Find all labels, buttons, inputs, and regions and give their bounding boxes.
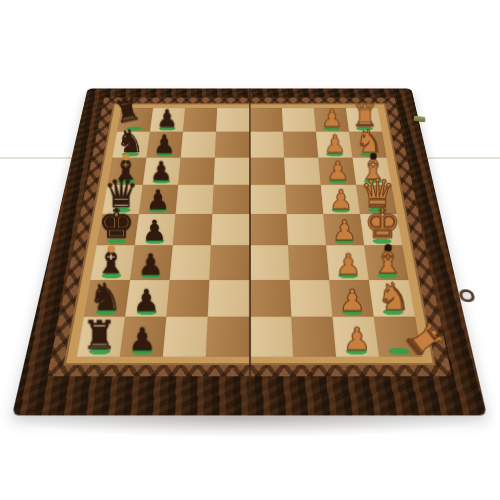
square-r0c3[interactable] xyxy=(216,108,249,132)
black-pawn[interactable]: ♟ xyxy=(133,285,160,315)
white-knight[interactable]: ♞ xyxy=(377,277,411,315)
white-bishop[interactable]: ♝ xyxy=(372,242,405,278)
brass-hinge-icon xyxy=(414,116,426,123)
white-pawn[interactable]: ♟ xyxy=(343,323,371,354)
square-r0c5[interactable] xyxy=(282,108,316,132)
square-r5c1[interactable]: ♟ xyxy=(130,246,173,280)
square-r0c6[interactable]: ♟ xyxy=(314,108,349,132)
square-r6c2[interactable] xyxy=(167,280,210,317)
square-r1c2[interactable] xyxy=(181,132,216,158)
square-r7c4[interactable] xyxy=(250,317,293,357)
white-pawn[interactable]: ♟ xyxy=(327,157,350,183)
square-r1c6[interactable]: ♟ xyxy=(316,132,353,158)
square-r5c2[interactable] xyxy=(170,246,211,280)
square-r2c6[interactable]: ♟ xyxy=(318,157,356,184)
square-r5c3[interactable] xyxy=(210,246,250,280)
square-r4c3[interactable] xyxy=(211,214,249,246)
white-rook[interactable]: ♜ xyxy=(398,314,451,366)
board-perspective: ♜♟♟♜♞♟♟♞♝♟♟♝♛♟♟♛♚♟♟♚♝♟♟♝♞♟♟♞♜♟♟♜ xyxy=(57,21,442,421)
black-king[interactable]: ♚ xyxy=(98,203,135,244)
black-pawn[interactable]: ♟ xyxy=(142,216,167,244)
white-pawn[interactable]: ♟ xyxy=(339,285,366,315)
square-r2c3[interactable] xyxy=(214,157,250,184)
square-r1c3[interactable] xyxy=(215,132,249,158)
square-r3c4[interactable] xyxy=(250,185,287,214)
square-r3c3[interactable] xyxy=(213,185,250,214)
square-r7c0[interactable]: ♜ xyxy=(77,317,126,357)
square-r6c5[interactable] xyxy=(289,280,332,317)
square-r3c6[interactable]: ♟ xyxy=(321,185,360,214)
black-bishop[interactable]: ♝ xyxy=(94,242,127,278)
square-r6c1[interactable]: ♟ xyxy=(125,280,170,317)
square-r4c2[interactable] xyxy=(173,214,213,246)
square-r4c1[interactable]: ♟ xyxy=(135,214,176,246)
square-r2c2[interactable] xyxy=(178,157,215,184)
carved-frame: ♜♟♟♜♞♟♟♞♝♟♟♝♛♟♟♛♚♟♟♚♝♟♟♝♞♟♟♞♜♟♟♜ xyxy=(12,88,487,415)
square-r3c5[interactable] xyxy=(285,185,323,214)
square-r1c5[interactable] xyxy=(283,132,318,158)
black-rook[interactable]: ♜ xyxy=(81,315,116,354)
square-r1c1[interactable]: ♟ xyxy=(147,132,184,158)
square-r0c1[interactable]: ♟ xyxy=(150,108,185,132)
clasp-ring-icon xyxy=(458,289,476,302)
white-pawn[interactable]: ♟ xyxy=(332,216,357,244)
square-r1c4[interactable] xyxy=(250,132,284,158)
white-pawn[interactable]: ♟ xyxy=(321,107,343,131)
black-pawn[interactable]: ♟ xyxy=(156,107,178,131)
square-r4c6[interactable]: ♟ xyxy=(323,214,364,246)
black-pawn[interactable]: ♟ xyxy=(128,323,156,354)
square-r5c5[interactable] xyxy=(288,246,329,280)
square-r7c2[interactable] xyxy=(163,317,208,357)
square-r3c2[interactable] xyxy=(176,185,214,214)
square-r7c5[interactable] xyxy=(291,317,336,357)
square-r0c4[interactable] xyxy=(250,108,283,132)
square-r7c6[interactable]: ♟ xyxy=(332,317,379,357)
square-r0c2[interactable] xyxy=(183,108,217,132)
white-pawn[interactable]: ♟ xyxy=(329,186,353,213)
square-r4c5[interactable] xyxy=(286,214,326,246)
white-pawn[interactable]: ♟ xyxy=(336,249,362,278)
black-pawn[interactable]: ♟ xyxy=(146,186,170,213)
black-pawn[interactable]: ♟ xyxy=(137,249,163,278)
square-r6c7[interactable]: ♞ xyxy=(369,280,415,317)
fold-hinge-seam xyxy=(248,88,250,415)
square-r7c1[interactable]: ♟ xyxy=(120,317,167,357)
square-r2c4[interactable] xyxy=(250,157,286,184)
square-r6c6[interactable]: ♟ xyxy=(329,280,374,317)
square-r6c4[interactable] xyxy=(250,280,291,317)
square-r2c1[interactable]: ♟ xyxy=(143,157,181,184)
square-r7c7[interactable]: ♜ xyxy=(374,317,423,357)
square-r7c3[interactable] xyxy=(206,317,249,357)
black-pawn[interactable]: ♟ xyxy=(149,157,172,183)
square-r6c3[interactable] xyxy=(208,280,249,317)
square-r5c6[interactable]: ♟ xyxy=(326,246,369,280)
black-knight[interactable]: ♞ xyxy=(88,277,122,315)
white-pawn[interactable]: ♟ xyxy=(324,131,346,156)
white-king[interactable]: ♚ xyxy=(365,203,402,244)
square-r4c4[interactable] xyxy=(250,214,288,246)
black-pawn[interactable]: ♟ xyxy=(153,131,175,156)
square-r2c5[interactable] xyxy=(284,157,321,184)
square-r3c1[interactable]: ♟ xyxy=(139,185,178,214)
square-r5c4[interactable] xyxy=(250,246,290,280)
